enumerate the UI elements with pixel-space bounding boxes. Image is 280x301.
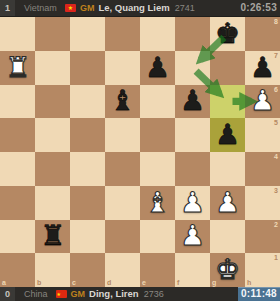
square-c5[interactable] [70, 118, 105, 152]
top-player-name[interactable]: Le, Quang Liem [98, 3, 169, 13]
square-d4[interactable] [105, 152, 140, 186]
square-d2[interactable] [105, 220, 140, 254]
square-h3[interactable]: 3 [245, 186, 280, 220]
square-d1[interactable]: d [105, 253, 140, 287]
square-e2[interactable] [140, 220, 175, 254]
top-player-clock: 0:26:53 [237, 3, 280, 13]
piece-black-rook-b2[interactable]: ♜ [35, 220, 70, 254]
square-d7[interactable] [105, 51, 140, 85]
square-a1[interactable]: a [0, 253, 35, 287]
bottom-player-bar: 0 China ★ GM Ding, Liren 2736 0:11:48 [0, 287, 280, 301]
square-b6[interactable] [35, 85, 70, 119]
square-e8[interactable] [140, 17, 175, 51]
square-d8[interactable] [105, 17, 140, 51]
square-b3[interactable] [35, 186, 70, 220]
square-c4[interactable] [70, 152, 105, 186]
square-f4[interactable] [175, 152, 210, 186]
square-g2[interactable] [210, 220, 245, 254]
square-h2[interactable]: 2 [245, 220, 280, 254]
square-h5[interactable]: 5 [245, 118, 280, 152]
square-c1[interactable]: c [70, 253, 105, 287]
top-player-country: Vietnam [24, 4, 57, 13]
piece-black-pawn-h7[interactable]: ♟ [245, 51, 280, 85]
piece-white-pawn-f3[interactable]: ♟ [175, 186, 210, 220]
square-e4[interactable] [140, 152, 175, 186]
top-player-rating: 2741 [175, 4, 195, 13]
square-a8[interactable] [0, 17, 35, 51]
file-label-h: h [247, 279, 251, 286]
piece-white-pawn-f2[interactable]: ♟ [175, 220, 210, 254]
square-c8[interactable] [70, 17, 105, 51]
square-a5[interactable] [0, 118, 35, 152]
square-h8[interactable]: 8 [245, 17, 280, 51]
top-player-title: GM [80, 4, 95, 13]
square-f5[interactable] [175, 118, 210, 152]
square-f8[interactable] [175, 17, 210, 51]
file-label-d: d [107, 279, 111, 286]
bottom-player-rating: 2736 [144, 290, 164, 299]
square-e5[interactable] [140, 118, 175, 152]
top-player-score: 1 [0, 0, 15, 16]
chess-board: 8765432abcdefg1h ♚♜♟♟♝♟♟♟♝♟♟♜♟♚ [0, 17, 280, 287]
square-g6[interactable] [210, 85, 245, 119]
piece-black-king-g8[interactable]: ♚ [210, 17, 245, 51]
bottom-player-score: 0 [0, 287, 15, 301]
piece-black-pawn-e7[interactable]: ♟ [140, 51, 175, 85]
square-h4[interactable]: 4 [245, 152, 280, 186]
rank-label-2: 2 [274, 221, 278, 228]
square-a3[interactable] [0, 186, 35, 220]
rank-label-1: 1 [274, 254, 278, 261]
rank-label-4: 4 [274, 153, 278, 160]
square-f1[interactable]: f [175, 253, 210, 287]
rank-label-3: 3 [274, 187, 278, 194]
square-g4[interactable] [210, 152, 245, 186]
piece-white-pawn-h6[interactable]: ♟ [245, 85, 280, 119]
china-flag-icon: ★ [56, 290, 67, 298]
square-a2[interactable] [0, 220, 35, 254]
bottom-player-name[interactable]: Ding, Liren [89, 289, 139, 299]
piece-white-pawn-g3[interactable]: ♟ [210, 186, 245, 220]
square-h1[interactable]: 1h [245, 253, 280, 287]
square-b5[interactable] [35, 118, 70, 152]
rank-label-5: 5 [274, 119, 278, 126]
square-c2[interactable] [70, 220, 105, 254]
piece-white-bishop-e3[interactable]: ♝ [140, 186, 175, 220]
file-label-a: a [2, 279, 6, 286]
square-c6[interactable] [70, 85, 105, 119]
square-b4[interactable] [35, 152, 70, 186]
bottom-player-clock: 0:11:48 [238, 287, 280, 301]
bottom-player-title: GM [71, 290, 86, 299]
piece-black-pawn-f6[interactable]: ♟ [175, 85, 210, 119]
square-e1[interactable]: e [140, 253, 175, 287]
piece-white-king-g1[interactable]: ♚ [210, 253, 245, 287]
square-c7[interactable] [70, 51, 105, 85]
square-e6[interactable] [140, 85, 175, 119]
chess-broadcast-window: 1 Vietnam ★ GM Le, Quang Liem 2741 0:26:… [0, 0, 280, 301]
square-d3[interactable] [105, 186, 140, 220]
piece-black-bishop-d6[interactable]: ♝ [105, 85, 140, 119]
file-label-c: c [72, 279, 76, 286]
file-label-e: e [142, 279, 146, 286]
rank-label-8: 8 [274, 18, 278, 25]
square-g7[interactable] [210, 51, 245, 85]
bottom-player-country: China [24, 290, 48, 299]
top-player-bar: 1 Vietnam ★ GM Le, Quang Liem 2741 0:26:… [0, 0, 280, 17]
square-b8[interactable] [35, 17, 70, 51]
piece-white-rook-a7[interactable]: ♜ [0, 51, 35, 85]
square-d5[interactable] [105, 118, 140, 152]
file-label-f: f [177, 279, 179, 286]
square-a4[interactable] [0, 152, 35, 186]
square-f7[interactable] [175, 51, 210, 85]
square-b7[interactable] [35, 51, 70, 85]
vietnam-flag-icon: ★ [65, 4, 76, 12]
square-a6[interactable] [0, 85, 35, 119]
file-label-b: b [37, 279, 41, 286]
piece-black-pawn-g5[interactable]: ♟ [210, 118, 245, 152]
square-b1[interactable]: b [35, 253, 70, 287]
square-c3[interactable] [70, 186, 105, 220]
